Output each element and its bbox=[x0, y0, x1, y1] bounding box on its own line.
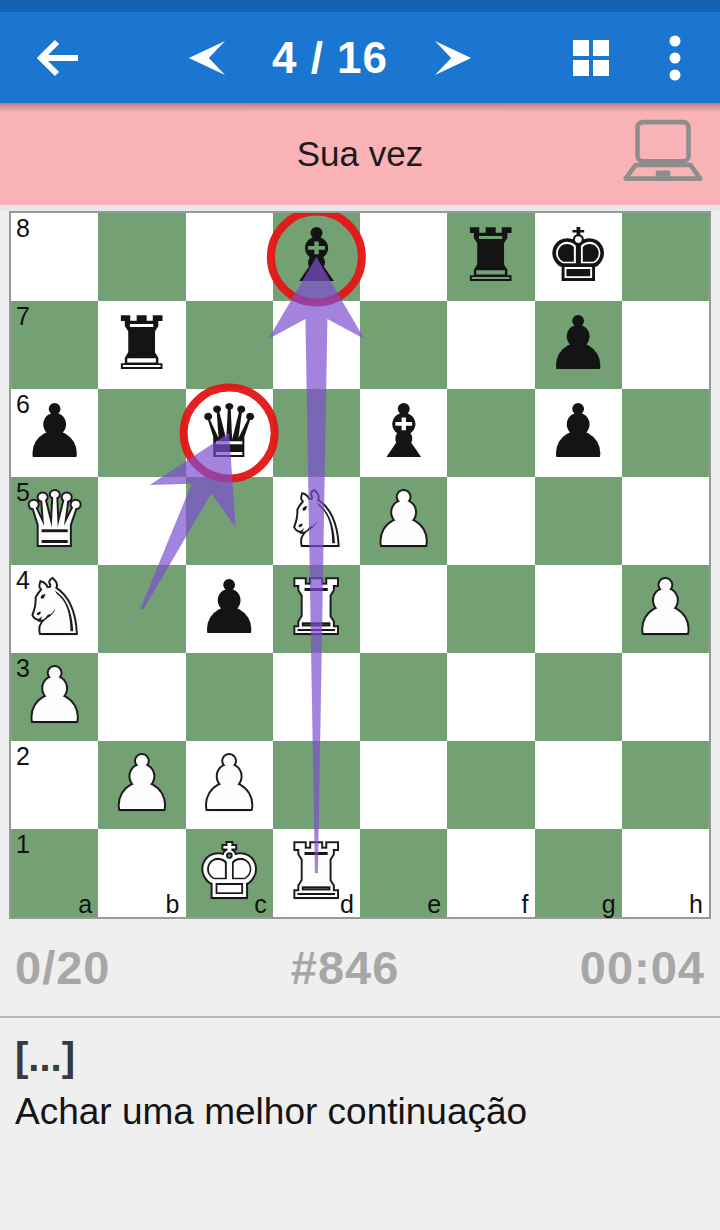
piece-white-pawn: ♟ bbox=[11, 651, 98, 739]
piece-black-rook: ♜ bbox=[447, 211, 534, 299]
rank-label-6: 6 bbox=[16, 390, 30, 419]
square-b8[interactable] bbox=[98, 213, 185, 301]
chess-board: 8♝♜♚7♜♟6♟♛♝♟5♛♞♟4♞♟♜♟3♟2♟♟1abc♚d♜efgh bbox=[11, 213, 709, 917]
square-f5[interactable] bbox=[447, 477, 534, 565]
piece-white-rook: ♜ bbox=[273, 563, 360, 651]
piece-white-king: ♚ bbox=[186, 827, 273, 915]
square-b7[interactable]: ♜ bbox=[98, 301, 185, 389]
laptop-icon bbox=[622, 117, 704, 191]
square-c5[interactable] bbox=[186, 477, 273, 565]
square-c7[interactable] bbox=[186, 301, 273, 389]
square-a6[interactable]: 6♟ bbox=[11, 389, 98, 477]
piece-white-pawn: ♟ bbox=[186, 739, 273, 827]
square-h4[interactable]: ♟ bbox=[622, 565, 709, 653]
timer: 00:04 bbox=[580, 940, 705, 995]
square-b3[interactable] bbox=[98, 653, 185, 741]
piece-white-pawn: ♟ bbox=[360, 475, 447, 563]
piece-black-rook: ♜ bbox=[98, 299, 185, 387]
file-label-h: h bbox=[689, 890, 703, 919]
square-a1[interactable]: 1a bbox=[11, 829, 98, 917]
piece-black-bishop: ♝ bbox=[360, 387, 447, 475]
square-h2[interactable] bbox=[622, 741, 709, 829]
back-button[interactable] bbox=[30, 39, 86, 77]
square-c6[interactable]: ♛ bbox=[186, 389, 273, 477]
square-d8[interactable]: ♝ bbox=[273, 213, 360, 301]
file-label-f: f bbox=[522, 890, 529, 919]
rank-label-4: 4 bbox=[16, 566, 30, 595]
square-b1[interactable]: b bbox=[98, 829, 185, 917]
square-e3[interactable] bbox=[360, 653, 447, 741]
rank-label-3: 3 bbox=[16, 654, 30, 683]
square-g1[interactable]: g bbox=[535, 829, 622, 917]
square-e1[interactable]: e bbox=[360, 829, 447, 917]
next-puzzle-button[interactable] bbox=[433, 39, 475, 77]
square-g8[interactable]: ♚ bbox=[535, 213, 622, 301]
grid-2x2-icon bbox=[571, 38, 611, 78]
square-d1[interactable]: d♜ bbox=[273, 829, 360, 917]
rank-label-7: 7 bbox=[16, 302, 30, 331]
square-c4[interactable]: ♟ bbox=[186, 565, 273, 653]
piece-white-knight: ♞ bbox=[273, 475, 360, 563]
file-label-g: g bbox=[602, 890, 616, 919]
square-c2[interactable]: ♟ bbox=[186, 741, 273, 829]
square-d6[interactable] bbox=[273, 389, 360, 477]
prev-puzzle-button[interactable] bbox=[185, 39, 227, 77]
puzzle-counter: 4 / 16 bbox=[272, 33, 388, 83]
square-d3[interactable] bbox=[273, 653, 360, 741]
square-e4[interactable] bbox=[360, 565, 447, 653]
square-d7[interactable] bbox=[273, 301, 360, 389]
square-e6[interactable]: ♝ bbox=[360, 389, 447, 477]
square-g7[interactable]: ♟ bbox=[535, 301, 622, 389]
square-e2[interactable] bbox=[360, 741, 447, 829]
puzzle-id: #846 bbox=[291, 940, 400, 995]
square-c1[interactable]: c♚ bbox=[186, 829, 273, 917]
square-a5[interactable]: 5♛ bbox=[11, 477, 98, 565]
score-counter: 0/20 bbox=[15, 940, 110, 995]
piece-white-queen: ♛ bbox=[11, 475, 98, 563]
square-b6[interactable] bbox=[98, 389, 185, 477]
puzzle-navigation: 4 / 16 bbox=[185, 12, 475, 103]
file-label-e: e bbox=[427, 890, 441, 919]
square-c8[interactable] bbox=[186, 213, 273, 301]
square-b2[interactable]: ♟ bbox=[98, 741, 185, 829]
square-f1[interactable]: f bbox=[447, 829, 534, 917]
square-e5[interactable]: ♟ bbox=[360, 477, 447, 565]
rank-label-8: 8 bbox=[16, 214, 30, 243]
piece-white-rook: ♜ bbox=[273, 827, 360, 915]
piece-white-knight: ♞ bbox=[11, 563, 98, 651]
piece-black-pawn: ♟ bbox=[186, 563, 273, 651]
square-h5[interactable] bbox=[622, 477, 709, 565]
square-b5[interactable] bbox=[98, 477, 185, 565]
square-d2[interactable] bbox=[273, 741, 360, 829]
arrow-left-icon bbox=[30, 39, 86, 77]
piece-black-pawn: ♟ bbox=[535, 299, 622, 387]
piece-white-pawn: ♟ bbox=[98, 739, 185, 827]
rank-label-1: 1 bbox=[16, 830, 30, 859]
square-g2[interactable] bbox=[535, 741, 622, 829]
status-bar bbox=[0, 0, 720, 12]
piece-black-king: ♚ bbox=[535, 211, 622, 299]
stats-bar: 0/20 #846 00:04 bbox=[0, 919, 720, 1018]
square-a3[interactable]: 3♟ bbox=[11, 653, 98, 741]
next-arrow-icon bbox=[433, 39, 475, 77]
file-label-c: c bbox=[254, 890, 267, 919]
piece-white-pawn: ♟ bbox=[622, 563, 709, 651]
file-label-d: d bbox=[340, 890, 354, 919]
turn-banner-text: Sua vez bbox=[297, 134, 423, 174]
square-h1[interactable]: h bbox=[622, 829, 709, 917]
board-frame: 8♝♜♚7♜♟6♟♛♝♟5♛♞♟4♞♟♜♟3♟2♟♟1abc♚d♜efgh bbox=[9, 211, 711, 919]
square-h3[interactable] bbox=[622, 653, 709, 741]
square-h6[interactable] bbox=[622, 389, 709, 477]
square-a2[interactable]: 2 bbox=[11, 741, 98, 829]
caption-panel: [...] Achar uma melhor continuação bbox=[0, 1018, 720, 1134]
square-a4[interactable]: 4♞ bbox=[11, 565, 98, 653]
square-h8[interactable] bbox=[622, 213, 709, 301]
square-e7[interactable] bbox=[360, 301, 447, 389]
piece-black-bishop: ♝ bbox=[273, 211, 360, 299]
square-b4[interactable] bbox=[98, 565, 185, 653]
task-text: Achar uma melhor continuação bbox=[15, 1090, 705, 1134]
puzzle-list-button[interactable] bbox=[570, 38, 612, 78]
piece-black-queen: ♛ bbox=[186, 387, 273, 475]
square-g3[interactable] bbox=[535, 653, 622, 741]
rank-label-5: 5 bbox=[16, 478, 30, 507]
engine-button[interactable] bbox=[622, 117, 704, 195]
moves-placeholder: [...] bbox=[15, 1034, 705, 1080]
square-h7[interactable] bbox=[622, 301, 709, 389]
piece-black-pawn: ♟ bbox=[11, 387, 98, 475]
file-label-b: b bbox=[166, 890, 180, 919]
square-f8[interactable]: ♜ bbox=[447, 213, 534, 301]
square-d4[interactable]: ♜ bbox=[273, 565, 360, 653]
file-label-a: a bbox=[78, 890, 92, 919]
prev-arrow-icon bbox=[185, 39, 227, 77]
square-f2[interactable] bbox=[447, 741, 534, 829]
square-f3[interactable] bbox=[447, 653, 534, 741]
square-f7[interactable] bbox=[447, 301, 534, 389]
rank-label-2: 2 bbox=[16, 742, 30, 771]
square-g4[interactable] bbox=[535, 565, 622, 653]
square-d5[interactable]: ♞ bbox=[273, 477, 360, 565]
square-a8[interactable]: 8 bbox=[11, 213, 98, 301]
turn-banner: Sua vez bbox=[0, 103, 720, 205]
app-bar: 4 / 16 bbox=[0, 12, 720, 103]
overflow-menu-button[interactable] bbox=[655, 34, 695, 82]
square-g6[interactable]: ♟ bbox=[535, 389, 622, 477]
square-e8[interactable] bbox=[360, 213, 447, 301]
square-a7[interactable]: 7 bbox=[11, 301, 98, 389]
kebab-menu-icon bbox=[668, 34, 682, 82]
square-c3[interactable] bbox=[186, 653, 273, 741]
square-f6[interactable] bbox=[447, 389, 534, 477]
square-g5[interactable] bbox=[535, 477, 622, 565]
piece-black-pawn: ♟ bbox=[535, 387, 622, 475]
square-f4[interactable] bbox=[447, 565, 534, 653]
